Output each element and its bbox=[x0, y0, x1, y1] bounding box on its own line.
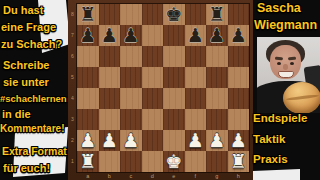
square-c2: ♟ bbox=[120, 130, 142, 151]
square-f1 bbox=[185, 151, 207, 172]
square-h6 bbox=[228, 46, 250, 67]
square-f6 bbox=[185, 46, 207, 67]
square-f7: ♟ bbox=[185, 25, 207, 46]
square-b5 bbox=[99, 67, 121, 88]
white-pawn-b2: ♟ bbox=[99, 130, 121, 151]
presenter-first-name: Sascha bbox=[257, 2, 301, 16]
file-label-b: b bbox=[99, 172, 121, 180]
square-e1: ♚ bbox=[163, 151, 185, 172]
square-f5 bbox=[185, 67, 207, 88]
square-e3 bbox=[163, 109, 185, 130]
black-pawn-g7: ♟ bbox=[206, 25, 228, 46]
rank-label-2: 2 bbox=[68, 130, 77, 151]
topic-taktik: Taktik bbox=[253, 133, 285, 146]
square-f2: ♟ bbox=[185, 130, 207, 151]
square-c6 bbox=[120, 46, 142, 67]
rank-label-8: 8 bbox=[68, 4, 77, 25]
square-h7: ♟ bbox=[228, 25, 250, 46]
square-f8 bbox=[185, 4, 207, 25]
rank-label-1: 1 bbox=[68, 151, 77, 172]
file-label-c: c bbox=[120, 172, 142, 180]
rank-label-4: 4 bbox=[68, 88, 77, 109]
caption-cta-line-5: Kommentare! bbox=[0, 123, 64, 134]
square-a3 bbox=[77, 109, 99, 130]
square-g2: ♟ bbox=[206, 130, 228, 151]
rank-labels: 8 7 6 5 4 3 2 1 bbox=[68, 4, 77, 172]
square-e2 bbox=[163, 130, 185, 151]
square-e7 bbox=[163, 25, 185, 46]
square-h3 bbox=[228, 109, 250, 130]
square-a7: ♟ bbox=[77, 25, 99, 46]
black-pawn-a7: ♟ bbox=[77, 25, 99, 46]
rank-label-3: 3 bbox=[68, 109, 77, 130]
presenter-eye-left bbox=[277, 62, 281, 65]
square-d5 bbox=[142, 67, 164, 88]
presenter-eye-right bbox=[290, 62, 294, 65]
square-d2 bbox=[142, 130, 164, 151]
square-g1 bbox=[206, 151, 228, 172]
square-a4 bbox=[77, 88, 99, 109]
square-h5 bbox=[228, 67, 250, 88]
square-h2: ♟ bbox=[228, 130, 250, 151]
square-a6 bbox=[77, 46, 99, 67]
square-a1: ♜ bbox=[77, 151, 99, 172]
square-b1 bbox=[99, 151, 121, 172]
video-thumbnail: Du hast eine Frage zu Schach? Schreibe s… bbox=[0, 0, 320, 180]
file-label-e: e bbox=[163, 172, 185, 180]
square-b7: ♟ bbox=[99, 25, 121, 46]
square-a5 bbox=[77, 67, 99, 88]
square-e5 bbox=[163, 67, 185, 88]
square-c3 bbox=[120, 109, 142, 130]
square-c4 bbox=[120, 88, 142, 109]
square-h8 bbox=[228, 4, 250, 25]
square-h4 bbox=[228, 88, 250, 109]
square-d8 bbox=[142, 4, 164, 25]
caption-extra-line-2: für euch! bbox=[3, 162, 50, 174]
black-pawn-h7: ♟ bbox=[228, 25, 250, 46]
file-labels: a b c d e f g h bbox=[77, 172, 249, 180]
white-rook-a1: ♜ bbox=[77, 151, 99, 172]
square-c1 bbox=[120, 151, 142, 172]
caption-question-line-3: zu Schach? bbox=[1, 38, 62, 50]
square-d6 bbox=[142, 46, 164, 67]
square-a2: ♟ bbox=[77, 130, 99, 151]
caption-cta-line-1: Schreibe bbox=[3, 59, 49, 71]
file-label-h: h bbox=[228, 172, 250, 180]
chess-board: 8 7 6 5 4 3 2 1 ♜♚♜♟♟♟♟♟♟♟♟♟♟♟♟♜♚♜ a b c… bbox=[68, 0, 253, 180]
presenter-eyebrow-left bbox=[275, 57, 283, 60]
presenter-photo bbox=[257, 37, 320, 113]
presenter-last-name: Wiegmann bbox=[254, 19, 317, 33]
black-pawn-f7: ♟ bbox=[185, 25, 207, 46]
square-c8 bbox=[120, 4, 142, 25]
square-g4 bbox=[206, 88, 228, 109]
caption-question-line-1: Du hast bbox=[3, 4, 43, 16]
white-pawn-g2: ♟ bbox=[206, 130, 228, 151]
square-b8 bbox=[99, 4, 121, 25]
presenter-nose bbox=[283, 64, 288, 70]
square-b6 bbox=[99, 46, 121, 67]
white-rook-h1: ♜ bbox=[228, 151, 250, 172]
square-e6 bbox=[163, 46, 185, 67]
black-king-e8: ♚ bbox=[163, 4, 185, 25]
white-pawn-a2: ♟ bbox=[77, 130, 99, 151]
presenter-smile bbox=[278, 71, 294, 78]
square-d3 bbox=[142, 109, 164, 130]
square-d1 bbox=[142, 151, 164, 172]
square-d4 bbox=[142, 88, 164, 109]
square-f3 bbox=[185, 109, 207, 130]
white-pawn-h2: ♟ bbox=[228, 130, 250, 151]
square-g3 bbox=[206, 109, 228, 130]
square-b3 bbox=[99, 109, 121, 130]
file-label-f: f bbox=[185, 172, 207, 180]
caption-question-line-2: eine Frage bbox=[1, 21, 56, 33]
square-g7: ♟ bbox=[206, 25, 228, 46]
black-rook-g8: ♜ bbox=[206, 4, 228, 25]
file-label-g: g bbox=[206, 172, 228, 180]
square-g5 bbox=[206, 67, 228, 88]
caption-cta-line-4: in die bbox=[2, 108, 31, 120]
square-a8: ♜ bbox=[77, 4, 99, 25]
square-e8: ♚ bbox=[163, 4, 185, 25]
white-pawn-c2: ♟ bbox=[120, 130, 142, 151]
square-b4 bbox=[99, 88, 121, 109]
caption-cta-line-2: sie unter bbox=[3, 76, 49, 88]
square-d7 bbox=[142, 25, 164, 46]
caption-hashtag: #schachlernen bbox=[0, 94, 67, 104]
topic-praxis: Praxis bbox=[253, 153, 288, 166]
black-pawn-c7: ♟ bbox=[120, 25, 142, 46]
rank-label-6: 6 bbox=[68, 46, 77, 67]
square-g6 bbox=[206, 46, 228, 67]
file-label-a: a bbox=[77, 172, 99, 180]
square-g8: ♜ bbox=[206, 4, 228, 25]
rank-label-5: 5 bbox=[68, 67, 77, 88]
white-king-e1: ♚ bbox=[163, 151, 185, 172]
rank-label-7: 7 bbox=[68, 25, 77, 46]
square-c5 bbox=[120, 67, 142, 88]
square-c7: ♟ bbox=[120, 25, 142, 46]
square-f4 bbox=[185, 88, 207, 109]
topic-endspiele: Endspiele bbox=[253, 112, 307, 125]
square-b2: ♟ bbox=[99, 130, 121, 151]
square-e4 bbox=[163, 88, 185, 109]
black-rook-a8: ♜ bbox=[77, 4, 99, 25]
file-label-d: d bbox=[142, 172, 164, 180]
square-h1: ♜ bbox=[228, 151, 250, 172]
white-pawn-f2: ♟ bbox=[185, 130, 207, 151]
board-grid: ♜♚♜♟♟♟♟♟♟♟♟♟♟♟♟♜♚♜ bbox=[77, 4, 249, 172]
black-pawn-b7: ♟ bbox=[99, 25, 121, 46]
caption-extra-line-1: Extra Format bbox=[2, 146, 67, 158]
